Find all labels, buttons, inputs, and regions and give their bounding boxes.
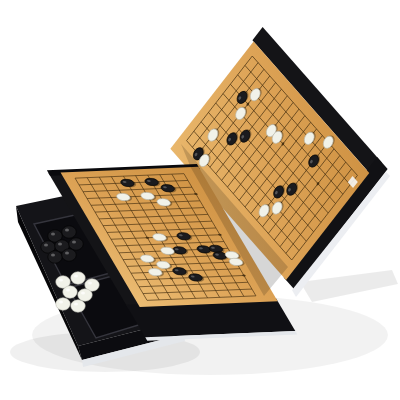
white-stone[interactable] (56, 298, 70, 310)
white-stone[interactable] (78, 289, 92, 301)
go-set-product-photo (0, 0, 400, 400)
case-right-shadow (300, 270, 398, 302)
stone-highlight (65, 229, 69, 232)
stone-highlight (74, 275, 78, 278)
stone-highlight (51, 233, 55, 236)
stone-highlight (44, 244, 48, 247)
go-set-scene (0, 0, 400, 400)
stone-highlight (59, 301, 63, 304)
stone-highlight (58, 243, 62, 246)
stone-highlight (66, 289, 70, 292)
stone-highlight (59, 279, 63, 282)
stone-highlight (88, 282, 92, 285)
black-stone[interactable] (48, 251, 62, 263)
black-stone[interactable] (62, 249, 76, 261)
black-stone[interactable] (69, 238, 83, 250)
stone-highlight (74, 303, 78, 306)
stone-highlight (81, 292, 85, 295)
white-stone[interactable] (71, 272, 85, 284)
stone-highlight (51, 254, 55, 257)
black-stone[interactable] (62, 226, 76, 238)
stone-highlight (72, 241, 76, 244)
white-stone[interactable] (71, 300, 85, 312)
stone-highlight (65, 252, 69, 255)
white-stone[interactable] (63, 286, 77, 298)
